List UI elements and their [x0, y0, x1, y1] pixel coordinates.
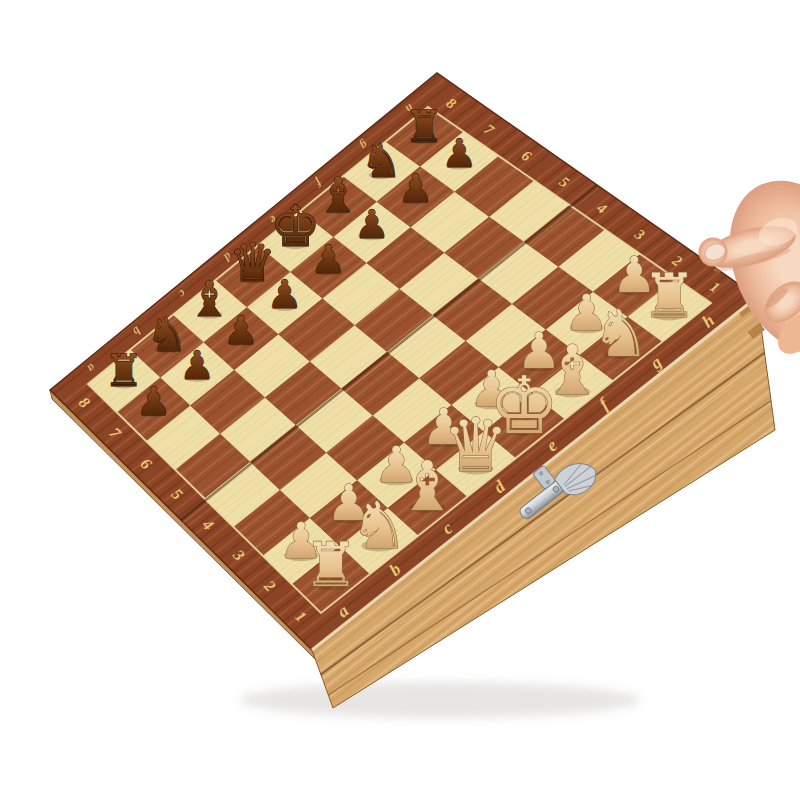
piece-black-rook-h8: ♜: [405, 101, 444, 152]
piece-white-knight-b1: ♞: [350, 488, 408, 563]
piece-black-pawn-a7: ♟: [136, 379, 171, 424]
piece-black-pawn-g7: ♟: [398, 166, 433, 211]
piece-black-pawn-d7: ♟: [267, 272, 302, 317]
chess-set-scene: 88aa77bb66cc55dd44ee33ff22gg11hh♜♟♞♟♝♟♚♟…: [0, 0, 800, 800]
piece-black-pawn-c7: ♟: [223, 308, 258, 353]
piece-white-rook-h1: ♜: [642, 260, 697, 331]
piece-black-pawn-f7: ♟: [354, 202, 389, 247]
piece-black-pawn-e7: ♟: [311, 237, 346, 282]
piece-white-rook-a1: ♜: [303, 529, 358, 600]
piece-black-pawn-h7: ♟: [442, 131, 477, 176]
piece-black-pawn-b7: ♟: [180, 343, 215, 388]
ground-shadow: [240, 682, 640, 718]
piece-black-knight-g8: ♞: [361, 134, 403, 188]
product-photo-canvas: 88aa77bb66cc55dd44ee33ff22gg11hh♜♟♞♟♝♟♚♟…: [0, 0, 800, 800]
